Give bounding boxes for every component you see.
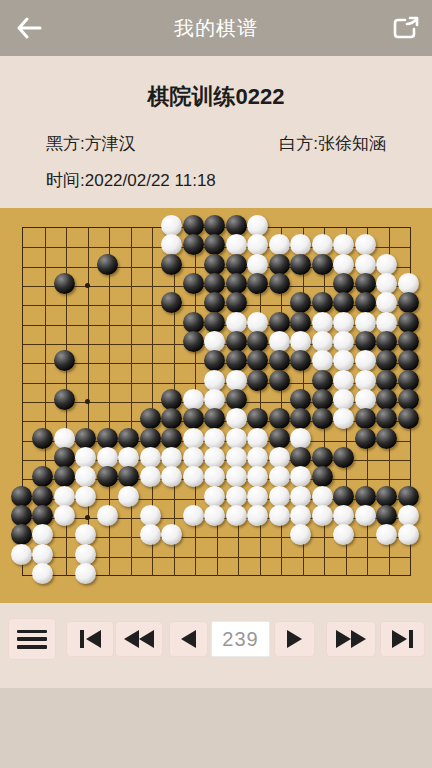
black-stone	[54, 273, 75, 294]
black-stone	[269, 428, 290, 449]
black-stone	[54, 350, 75, 371]
black-stone	[312, 408, 333, 429]
white-stone	[226, 466, 247, 487]
white-stone	[247, 486, 268, 507]
black-stone	[183, 215, 204, 236]
white-stone	[247, 215, 268, 236]
white-stone	[161, 215, 182, 236]
black-stone	[355, 408, 376, 429]
white-stone	[247, 505, 268, 526]
black-stone	[355, 486, 376, 507]
black-stone	[355, 331, 376, 352]
white-stone	[312, 331, 333, 352]
black-stone	[290, 389, 311, 410]
black-stone	[398, 370, 419, 391]
menu-icon	[17, 630, 47, 649]
black-stone	[183, 312, 204, 333]
white-stone	[75, 447, 96, 468]
white-stone	[247, 254, 268, 275]
black-stone	[247, 331, 268, 352]
white-stone	[376, 254, 397, 275]
white-stone	[355, 254, 376, 275]
white-stone	[75, 486, 96, 507]
white-stone	[140, 447, 161, 468]
white-stone	[376, 312, 397, 333]
game-title: 棋院训练0222	[0, 82, 432, 112]
white-stone	[269, 505, 290, 526]
back-one-button[interactable]	[169, 621, 208, 657]
white-stone	[247, 312, 268, 333]
black-stone	[183, 273, 204, 294]
black-stone	[398, 389, 419, 410]
black-stone	[226, 292, 247, 313]
white-stone	[376, 273, 397, 294]
black-stone	[54, 389, 75, 410]
black-stone	[398, 350, 419, 371]
black-stone	[376, 331, 397, 352]
black-stone	[161, 389, 182, 410]
white-stone	[333, 370, 354, 391]
white-stone	[204, 447, 225, 468]
black-stone	[75, 428, 96, 449]
share-icon	[392, 15, 420, 41]
white-stone	[54, 505, 75, 526]
black-stone	[398, 486, 419, 507]
white-stone	[290, 486, 311, 507]
white-stone	[226, 408, 247, 429]
white-stone	[398, 505, 419, 526]
white-stone	[226, 486, 247, 507]
white-stone	[226, 505, 247, 526]
white-stone	[333, 389, 354, 410]
white-stone	[290, 331, 311, 352]
black-stone	[376, 370, 397, 391]
share-button[interactable]	[390, 14, 422, 42]
white-stone	[140, 466, 161, 487]
black-stone	[333, 273, 354, 294]
screen: 我的棋谱 棋院训练0222 黑方:方津汉 白方:张徐知涵 时间:2022/02/…	[0, 0, 432, 768]
fast-back-icon	[124, 630, 139, 648]
white-stone	[355, 350, 376, 371]
back-arrow-icon	[16, 17, 42, 39]
black-stone	[161, 254, 182, 275]
white-stone	[11, 544, 32, 565]
black-stone	[204, 254, 225, 275]
white-stone	[398, 524, 419, 545]
black-stone	[161, 428, 182, 449]
white-stone	[269, 486, 290, 507]
last-move-button[interactable]	[380, 621, 425, 657]
black-stone	[54, 466, 75, 487]
white-stone	[75, 544, 96, 565]
black-stone	[11, 524, 32, 545]
white-stone	[333, 312, 354, 333]
white-stone	[290, 505, 311, 526]
white-stone	[32, 563, 53, 584]
black-stone	[376, 486, 397, 507]
black-stone	[312, 447, 333, 468]
skip-to-start-icon	[80, 630, 84, 648]
black-stone	[226, 215, 247, 236]
black-stone	[226, 273, 247, 294]
white-stone	[226, 447, 247, 468]
back-one-icon	[181, 630, 196, 648]
white-stone	[204, 370, 225, 391]
black-stone	[97, 466, 118, 487]
white-stone	[140, 524, 161, 545]
white-stone	[118, 447, 139, 468]
black-stone	[398, 331, 419, 352]
white-stone	[97, 505, 118, 526]
black-stone	[376, 505, 397, 526]
black-stone	[376, 389, 397, 410]
black-stone	[269, 273, 290, 294]
white-stone	[355, 312, 376, 333]
white-stone	[355, 389, 376, 410]
black-stone	[204, 215, 225, 236]
white-stone	[355, 234, 376, 255]
white-stone	[204, 486, 225, 507]
white-stone	[269, 331, 290, 352]
playback-controls: 239	[0, 603, 432, 688]
white-stone	[355, 505, 376, 526]
white-stone	[183, 466, 204, 487]
black-stone	[398, 312, 419, 333]
white-stone	[398, 273, 419, 294]
black-stone	[312, 370, 333, 391]
black-stone	[290, 254, 311, 275]
black-stone	[398, 408, 419, 429]
menu-button[interactable]	[8, 618, 56, 660]
white-stone	[183, 447, 204, 468]
white-stone	[204, 428, 225, 449]
black-stone	[11, 505, 32, 526]
goban[interactable]	[0, 208, 432, 603]
white-stone	[312, 350, 333, 371]
black-stone	[247, 370, 268, 391]
white-stone	[118, 486, 139, 507]
game-time-label: 时间:2022/02/22 11:18	[46, 169, 216, 192]
white-stone	[269, 447, 290, 468]
fast-forward-icon	[336, 630, 351, 648]
black-stone	[269, 408, 290, 429]
forward-one-icon	[287, 630, 302, 648]
fast-forward-button[interactable]	[326, 621, 376, 657]
white-stone	[32, 544, 53, 565]
black-stone	[226, 350, 247, 371]
white-stone	[226, 234, 247, 255]
white-stone	[183, 505, 204, 526]
white-stone	[290, 428, 311, 449]
white-stone	[183, 389, 204, 410]
white-stone	[204, 505, 225, 526]
white-stone	[97, 447, 118, 468]
black-stone	[226, 331, 247, 352]
black-stone	[32, 505, 53, 526]
first-move-button[interactable]	[66, 621, 114, 657]
bottom-strip	[0, 688, 432, 768]
black-stone	[290, 312, 311, 333]
white-stone	[333, 331, 354, 352]
black-stone	[183, 331, 204, 352]
black-stone	[290, 447, 311, 468]
white-stone	[226, 312, 247, 333]
black-stone	[226, 389, 247, 410]
white-stone	[269, 234, 290, 255]
black-stone	[269, 350, 290, 371]
black-stone	[269, 370, 290, 391]
skip-to-end-icon	[392, 630, 407, 648]
black-stone	[355, 273, 376, 294]
black-stone	[226, 254, 247, 275]
white-stone	[226, 428, 247, 449]
white-stone	[54, 428, 75, 449]
fast-back-button[interactable]	[115, 621, 163, 657]
black-stone	[183, 408, 204, 429]
white-stone	[226, 370, 247, 391]
white-stone	[355, 370, 376, 391]
white-stone	[204, 389, 225, 410]
white-stone	[204, 331, 225, 352]
white-stone	[312, 486, 333, 507]
black-stone	[97, 428, 118, 449]
black-stone	[355, 292, 376, 313]
white-stone	[54, 486, 75, 507]
black-stone	[204, 312, 225, 333]
black-stone	[355, 428, 376, 449]
black-stone	[54, 447, 75, 468]
white-player-label: 白方:张徐知涵	[279, 132, 386, 155]
black-stone	[269, 312, 290, 333]
white-stone	[333, 505, 354, 526]
black-stone	[333, 447, 354, 468]
black-stone	[312, 466, 333, 487]
white-stone	[183, 428, 204, 449]
black-stone	[312, 389, 333, 410]
white-stone	[312, 505, 333, 526]
black-stone	[312, 254, 333, 275]
black-stone	[333, 486, 354, 507]
page-title: 我的棋谱	[174, 15, 258, 42]
black-stone	[183, 234, 204, 255]
game-info-header: 棋院训练0222 黑方:方津汉 白方:张徐知涵 时间:2022/02/22 11…	[0, 56, 432, 208]
white-stone	[140, 505, 161, 526]
white-stone	[312, 234, 333, 255]
black-stone	[32, 486, 53, 507]
black-player-label: 黑方:方津汉	[46, 132, 136, 155]
white-stone	[312, 312, 333, 333]
black-stone	[11, 486, 32, 507]
black-stone	[398, 292, 419, 313]
black-stone	[140, 428, 161, 449]
black-stone	[376, 428, 397, 449]
black-stone	[204, 273, 225, 294]
top-bar: 我的棋谱	[0, 0, 432, 56]
black-stone	[140, 408, 161, 429]
white-stone	[269, 466, 290, 487]
black-stone	[118, 428, 139, 449]
white-stone	[161, 447, 182, 468]
black-stone	[247, 273, 268, 294]
back-button[interactable]	[12, 13, 46, 43]
white-stone	[75, 563, 96, 584]
black-stone	[312, 292, 333, 313]
black-stone	[269, 254, 290, 275]
white-stone	[247, 447, 268, 468]
black-stone	[32, 428, 53, 449]
white-stone	[333, 254, 354, 275]
move-number-field[interactable]: 239	[211, 621, 270, 657]
white-stone	[247, 428, 268, 449]
forward-one-button[interactable]	[274, 621, 315, 657]
black-stone	[97, 254, 118, 275]
